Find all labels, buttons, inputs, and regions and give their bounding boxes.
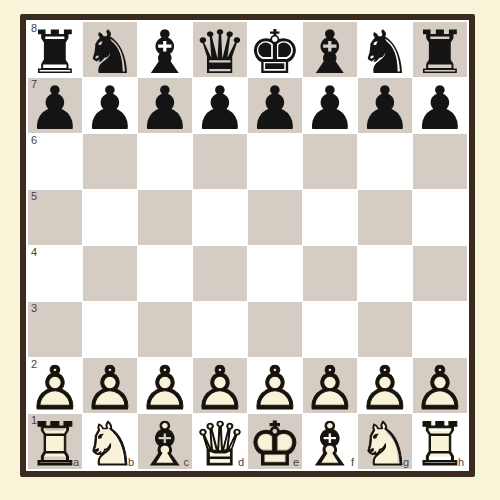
piece-white-pawn[interactable]: ♟♙: [138, 358, 192, 413]
square-e6[interactable]: [248, 134, 302, 189]
file-label-f: f: [351, 457, 354, 468]
square-e3[interactable]: [248, 302, 302, 357]
square-h6[interactable]: [413, 134, 467, 189]
piece-solid-glyph: ♛: [193, 24, 247, 79]
chess-board: 8♜♞♝♛♚♝♞♜7♟♟♟♟♟♟♟♟65432♟♙♟♙♟♙♟♙♟♙♟♙♟♙♟♙1…: [20, 14, 475, 477]
piece-white-pawn[interactable]: ♟♙: [248, 358, 302, 413]
square-f5[interactable]: [303, 190, 357, 245]
file-label-d: d: [238, 457, 244, 468]
square-g1[interactable]: g♞♘: [358, 414, 412, 469]
piece-outline-glyph: ♙: [193, 360, 247, 415]
square-h7[interactable]: ♟: [413, 78, 467, 133]
square-b2[interactable]: ♟♙: [83, 358, 137, 413]
page-background: 8♜♞♝♛♚♝♞♜7♟♟♟♟♟♟♟♟65432♟♙♟♙♟♙♟♙♟♙♟♙♟♙♟♙1…: [0, 0, 500, 500]
square-a8[interactable]: 8♜: [28, 22, 82, 77]
file-label-h: h: [458, 457, 464, 468]
square-c5[interactable]: [138, 190, 192, 245]
piece-black-pawn[interactable]: ♟: [413, 78, 467, 133]
piece-black-bishop[interactable]: ♝: [138, 22, 192, 77]
piece-black-bishop[interactable]: ♝: [303, 22, 357, 77]
piece-solid-glyph: ♟: [358, 80, 412, 135]
square-c6[interactable]: [138, 134, 192, 189]
square-f3[interactable]: [303, 302, 357, 357]
piece-solid-glyph: ♟: [303, 80, 357, 135]
piece-black-pawn[interactable]: ♟: [193, 78, 247, 133]
square-b7[interactable]: ♟: [83, 78, 137, 133]
square-e2[interactable]: ♟♙: [248, 358, 302, 413]
piece-outline-glyph: ♙: [413, 360, 467, 415]
square-d3[interactable]: [193, 302, 247, 357]
square-c4[interactable]: [138, 246, 192, 301]
square-g6[interactable]: [358, 134, 412, 189]
square-c2[interactable]: ♟♙: [138, 358, 192, 413]
rank-label-8: 8: [31, 23, 37, 34]
square-e1[interactable]: e♚♔: [248, 414, 302, 469]
piece-outline-glyph: ♙: [358, 360, 412, 415]
square-d5[interactable]: [193, 190, 247, 245]
rank-label-3: 3: [31, 303, 37, 314]
square-d1[interactable]: d♛♕: [193, 414, 247, 469]
file-label-g: g: [403, 457, 409, 468]
square-g3[interactable]: [358, 302, 412, 357]
piece-fill-glyph: ♟: [83, 360, 137, 415]
square-d4[interactable]: [193, 246, 247, 301]
square-g8[interactable]: ♞: [358, 22, 412, 77]
square-g2[interactable]: ♟♙: [358, 358, 412, 413]
piece-fill-glyph: ♟: [413, 360, 467, 415]
piece-fill-glyph: ♟: [193, 360, 247, 415]
piece-black-king[interactable]: ♚: [248, 22, 302, 77]
rank-label-5: 5: [31, 191, 37, 202]
square-a4[interactable]: 4: [28, 246, 82, 301]
rank-label-4: 4: [31, 247, 37, 258]
piece-solid-glyph: ♟: [138, 80, 192, 135]
rank-label-7: 7: [31, 79, 37, 90]
square-f6[interactable]: [303, 134, 357, 189]
square-d8[interactable]: ♛: [193, 22, 247, 77]
piece-solid-glyph: ♟: [193, 80, 247, 135]
square-a5[interactable]: 5: [28, 190, 82, 245]
piece-black-pawn[interactable]: ♟: [358, 78, 412, 133]
square-f1[interactable]: f♝♗: [303, 414, 357, 469]
square-g5[interactable]: [358, 190, 412, 245]
square-h3[interactable]: [413, 302, 467, 357]
square-d2[interactable]: ♟♙: [193, 358, 247, 413]
chess-board-grid: 8♜♞♝♛♚♝♞♜7♟♟♟♟♟♟♟♟65432♟♙♟♙♟♙♟♙♟♙♟♙♟♙♟♙1…: [28, 22, 467, 469]
square-f4[interactable]: [303, 246, 357, 301]
piece-black-pawn[interactable]: ♟: [83, 78, 137, 133]
piece-outline-glyph: ♗: [303, 416, 357, 471]
square-b1[interactable]: b♞♘: [83, 414, 137, 469]
square-b4[interactable]: [83, 246, 137, 301]
square-g7[interactable]: ♟: [358, 78, 412, 133]
piece-outline-glyph: ♙: [248, 360, 302, 415]
piece-black-pawn[interactable]: ♟: [138, 78, 192, 133]
square-e5[interactable]: [248, 190, 302, 245]
rank-label-1: 1: [31, 415, 37, 426]
piece-fill-glyph: ♟: [248, 360, 302, 415]
square-a7[interactable]: 7♟: [28, 78, 82, 133]
square-a6[interactable]: 6: [28, 134, 82, 189]
piece-fill-glyph: ♟: [303, 360, 357, 415]
square-h5[interactable]: [413, 190, 467, 245]
square-e4[interactable]: [248, 246, 302, 301]
piece-black-pawn[interactable]: ♟: [248, 78, 302, 133]
piece-solid-glyph: ♝: [303, 24, 357, 79]
piece-fill-glyph: ♟: [358, 360, 412, 415]
piece-solid-glyph: ♟: [248, 80, 302, 135]
piece-white-pawn[interactable]: ♟♙: [413, 358, 467, 413]
square-d6[interactable]: [193, 134, 247, 189]
square-a1[interactable]: 1a♜♖: [28, 414, 82, 469]
piece-white-pawn[interactable]: ♟♙: [303, 358, 357, 413]
piece-solid-glyph: ♟: [83, 80, 137, 135]
piece-solid-glyph: ♟: [413, 80, 467, 135]
square-c3[interactable]: [138, 302, 192, 357]
square-a2[interactable]: 2♟♙: [28, 358, 82, 413]
square-d7[interactable]: ♟: [193, 78, 247, 133]
square-h8[interactable]: ♜: [413, 22, 467, 77]
rank-label-2: 2: [31, 359, 37, 370]
file-label-c: c: [184, 457, 190, 468]
square-e8[interactable]: ♚: [248, 22, 302, 77]
square-h1[interactable]: h♜♖: [413, 414, 467, 469]
square-h4[interactable]: [413, 246, 467, 301]
square-f2[interactable]: ♟♙: [303, 358, 357, 413]
square-h2[interactable]: ♟♙: [413, 358, 467, 413]
square-f8[interactable]: ♝: [303, 22, 357, 77]
piece-outline-glyph: ♙: [138, 360, 192, 415]
file-label-e: e: [293, 457, 299, 468]
square-g4[interactable]: [358, 246, 412, 301]
square-c1[interactable]: c♝♗: [138, 414, 192, 469]
square-b8[interactable]: ♞: [83, 22, 137, 77]
piece-solid-glyph: ♞: [83, 24, 137, 79]
piece-white-bishop[interactable]: ♝♗: [303, 414, 357, 469]
piece-fill-glyph: ♝: [303, 416, 357, 471]
piece-black-knight[interactable]: ♞: [358, 22, 412, 77]
square-b3[interactable]: [83, 302, 137, 357]
piece-black-rook[interactable]: ♜: [413, 22, 467, 77]
square-f7[interactable]: ♟: [303, 78, 357, 133]
piece-solid-glyph: ♚: [248, 24, 302, 79]
piece-black-pawn[interactable]: ♟: [303, 78, 357, 133]
piece-black-queen[interactable]: ♛: [193, 22, 247, 77]
file-label-b: b: [128, 457, 134, 468]
piece-black-knight[interactable]: ♞: [83, 22, 137, 77]
piece-solid-glyph: ♜: [413, 24, 467, 79]
piece-fill-glyph: ♟: [138, 360, 192, 415]
square-c7[interactable]: ♟: [138, 78, 192, 133]
square-c8[interactable]: ♝: [138, 22, 192, 77]
piece-solid-glyph: ♞: [358, 24, 412, 79]
square-b5[interactable]: [83, 190, 137, 245]
rank-label-6: 6: [31, 135, 37, 146]
file-label-a: a: [73, 457, 79, 468]
square-b6[interactable]: [83, 134, 137, 189]
piece-outline-glyph: ♙: [83, 360, 137, 415]
piece-outline-glyph: ♙: [303, 360, 357, 415]
piece-white-pawn[interactable]: ♟♙: [358, 358, 412, 413]
square-e7[interactable]: ♟: [248, 78, 302, 133]
square-a3[interactable]: 3: [28, 302, 82, 357]
piece-solid-glyph: ♝: [138, 24, 192, 79]
piece-white-pawn[interactable]: ♟♙: [193, 358, 247, 413]
piece-white-pawn[interactable]: ♟♙: [83, 358, 137, 413]
